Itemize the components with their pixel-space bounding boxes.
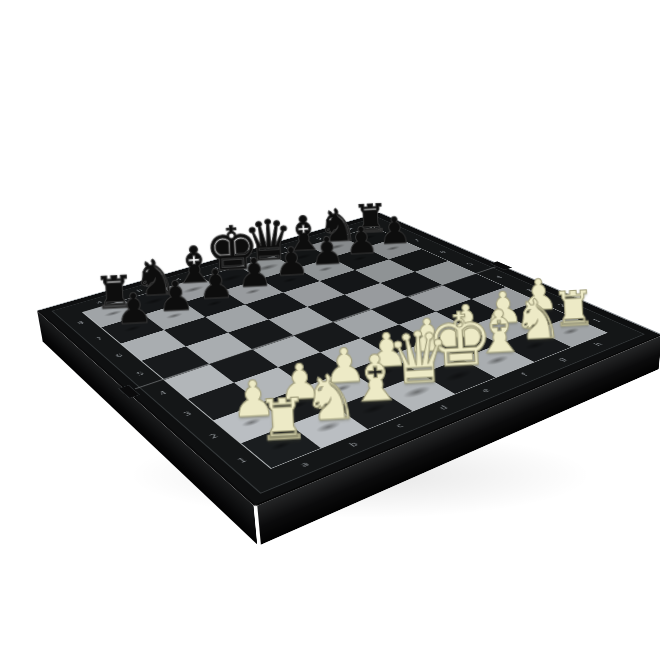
white-rook-glyph: ♜ [231, 389, 332, 451]
coord-label: 5 [136, 371, 146, 376]
coord-label: h [593, 342, 604, 347]
coord-label: f [520, 372, 530, 377]
coord-label: a [299, 461, 311, 468]
coord-label: b [348, 441, 360, 448]
coord-label: 1 [237, 457, 249, 464]
coord-label: g [556, 357, 568, 362]
coord-label: 3 [182, 411, 193, 417]
coord-label: 7 [95, 337, 104, 342]
coord-label: 5 [466, 263, 475, 267]
square-a6[interactable] [121, 330, 186, 361]
coord-label: 6 [115, 353, 124, 358]
coord-label: d [438, 405, 450, 411]
coord-label: 8 [76, 321, 85, 326]
coord-label: 2 [208, 433, 219, 440]
coord-label: 6 [439, 250, 448, 254]
chess-set-photo: abcdefgh abcdefgh 87654321 87654321 ♜♞♝♚… [0, 0, 660, 660]
coord-label: 4 [158, 390, 168, 396]
coord-label: e [480, 388, 492, 394]
coord-label: c [394, 423, 405, 429]
